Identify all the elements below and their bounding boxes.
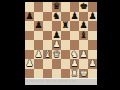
square-h5[interactable] <box>88 31 97 41</box>
piece-black-bishop: ♝ <box>79 31 88 41</box>
square-e6[interactable]: ♜ <box>61 21 70 31</box>
square-h4[interactable] <box>88 40 97 50</box>
square-e1[interactable] <box>61 69 70 79</box>
square-c2[interactable] <box>43 59 52 69</box>
square-h1[interactable] <box>88 69 97 79</box>
square-d2[interactable] <box>52 59 61 69</box>
square-h2[interactable]: ♟ <box>88 59 97 69</box>
piece-white-king: ♚ <box>79 69 88 79</box>
piece-white-pawn: ♟ <box>34 50 43 60</box>
square-f6[interactable] <box>70 21 79 31</box>
square-c6[interactable] <box>43 21 52 31</box>
piece-black-king: ♚ <box>79 2 88 12</box>
piece-black-rook: ♜ <box>61 21 70 31</box>
square-b6[interactable]: ♟ <box>34 21 43 31</box>
piece-black-pawn: ♟ <box>34 21 43 31</box>
piece-white-queen: ♛ <box>52 50 61 60</box>
square-a2[interactable]: ♟ <box>25 59 34 69</box>
square-f1[interactable]: ♜ <box>70 69 79 79</box>
square-b8[interactable] <box>34 2 43 12</box>
square-d1[interactable] <box>52 69 61 79</box>
square-b2[interactable] <box>34 59 43 69</box>
piece-white-rook: ♜ <box>70 69 79 79</box>
piece-black-pawn: ♟ <box>88 12 97 22</box>
square-c8[interactable] <box>43 2 52 12</box>
square-h7[interactable]: ♟ <box>88 12 97 22</box>
status-text-left: ··· ········ ···· <box>25 79 45 83</box>
square-e4[interactable] <box>61 40 70 50</box>
piece-white-pawn: ♟ <box>25 59 34 69</box>
status-bar: ··· ········ ···· ····· ··· ········· ··… <box>25 78 97 85</box>
square-g3[interactable]: ♟ <box>79 50 88 60</box>
square-e8[interactable] <box>61 2 70 12</box>
piece-white-pawn: ♟ <box>79 50 88 60</box>
square-a1[interactable] <box>25 69 34 79</box>
square-b3[interactable]: ♟ <box>34 50 43 60</box>
square-d3[interactable]: ♛ <box>52 50 61 60</box>
square-h6[interactable] <box>88 21 97 31</box>
square-e3[interactable] <box>61 50 70 60</box>
square-e2[interactable] <box>61 59 70 69</box>
square-c1[interactable] <box>43 69 52 79</box>
square-a6[interactable] <box>25 21 34 31</box>
square-c3[interactable]: ♝ <box>43 50 52 60</box>
square-b1[interactable] <box>34 69 43 79</box>
square-g8[interactable]: ♚ <box>79 2 88 12</box>
square-g1[interactable]: ♚ <box>79 69 88 79</box>
square-a4[interactable] <box>25 40 34 50</box>
square-f5[interactable] <box>70 31 79 41</box>
piece-black-pawn: ♟ <box>25 12 34 22</box>
square-d7[interactable]: ♞ <box>52 12 61 22</box>
square-c5[interactable] <box>43 31 52 41</box>
square-e5[interactable] <box>61 31 70 41</box>
chess-board: ♛♚♟♞♟♟♟♜♟♟♝♟♟♝♛♞♟♟♟♟♜♚ <box>25 2 97 78</box>
piece-black-pawn: ♟ <box>70 12 79 22</box>
piece-white-bishop: ♝ <box>43 50 52 60</box>
square-g5[interactable]: ♝ <box>79 31 88 41</box>
square-a7[interactable]: ♟ <box>25 12 34 22</box>
status-text-right: ····· ··· ········· ·· ··· <box>46 79 76 83</box>
square-c7[interactable] <box>43 12 52 22</box>
piece-black-knight: ♞ <box>52 12 61 22</box>
square-f7[interactable]: ♟ <box>70 12 79 22</box>
piece-white-pawn: ♟ <box>88 59 97 69</box>
square-a5[interactable] <box>25 31 34 41</box>
square-b5[interactable] <box>34 31 43 41</box>
